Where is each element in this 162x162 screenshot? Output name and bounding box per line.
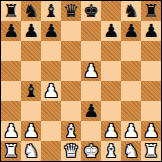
white-knight-g1[interactable]: ♞ <box>121 141 141 161</box>
black-rook-h8[interactable]: ♜ <box>141 1 161 21</box>
square-d8[interactable]: ♛ <box>61 1 81 21</box>
square-d6[interactable] <box>61 41 81 61</box>
square-f3[interactable] <box>101 101 121 121</box>
white-bishop-d2[interactable]: ♝ <box>61 121 81 141</box>
square-g5[interactable] <box>121 61 141 81</box>
white-pawn-c4[interactable]: ♟ <box>41 81 61 101</box>
black-king-e8[interactable]: ♚ <box>81 1 101 21</box>
square-g6[interactable] <box>121 41 141 61</box>
black-pawn-h7[interactable]: ♟ <box>141 21 161 41</box>
white-knight-b1[interactable]: ♞ <box>21 141 41 161</box>
square-f7[interactable]: ♟ <box>101 21 121 41</box>
square-d3[interactable] <box>61 101 81 121</box>
square-g8[interactable]: ♞ <box>121 1 141 21</box>
square-g1[interactable]: ♞ <box>121 141 141 161</box>
square-b5[interactable] <box>21 61 41 81</box>
square-f6[interactable] <box>101 41 121 61</box>
square-a2[interactable]: ♟ <box>1 121 21 141</box>
square-h2[interactable]: ♟ <box>141 121 161 141</box>
white-bishop-f1[interactable]: ♝ <box>101 141 121 161</box>
square-e1[interactable]: ♚ <box>81 141 101 161</box>
square-b4[interactable]: ♝ <box>21 81 41 101</box>
black-pawn-e3[interactable]: ♟ <box>81 101 101 121</box>
square-c1[interactable] <box>41 141 61 161</box>
square-g7[interactable]: ♟ <box>121 21 141 41</box>
square-b6[interactable] <box>21 41 41 61</box>
square-d4[interactable] <box>61 81 81 101</box>
black-bishop-c8[interactable]: ♝ <box>41 1 61 21</box>
square-f1[interactable]: ♝ <box>101 141 121 161</box>
square-f2[interactable]: ♟ <box>101 121 121 141</box>
square-f5[interactable] <box>101 61 121 81</box>
black-pawn-b7[interactable]: ♟ <box>21 21 41 41</box>
chess-board: ♜♞♝♛♚♞♜♟♟♟♟♟♟♟♝♟♟♟♟♝♟♟♟♜♞♛♚♝♞♜ <box>0 0 162 162</box>
black-bishop-b4[interactable]: ♝ <box>21 81 41 101</box>
square-f8[interactable] <box>101 1 121 21</box>
square-h6[interactable] <box>141 41 161 61</box>
square-c2[interactable] <box>41 121 61 141</box>
black-knight-g8[interactable]: ♞ <box>121 1 141 21</box>
square-g3[interactable] <box>121 101 141 121</box>
black-pawn-f7[interactable]: ♟ <box>101 21 121 41</box>
square-b8[interactable]: ♞ <box>21 1 41 21</box>
square-d5[interactable] <box>61 61 81 81</box>
square-a5[interactable] <box>1 61 21 81</box>
white-pawn-e5[interactable]: ♟ <box>81 61 101 81</box>
square-c7[interactable]: ♟ <box>41 21 61 41</box>
white-king-e1[interactable]: ♚ <box>81 141 101 161</box>
square-e4[interactable] <box>81 81 101 101</box>
square-g4[interactable] <box>121 81 141 101</box>
square-d7[interactable] <box>61 21 81 41</box>
black-knight-b8[interactable]: ♞ <box>21 1 41 21</box>
square-b3[interactable] <box>21 101 41 121</box>
square-c8[interactable]: ♝ <box>41 1 61 21</box>
square-c6[interactable] <box>41 41 61 61</box>
square-f4[interactable] <box>101 81 121 101</box>
black-queen-d8[interactable]: ♛ <box>61 1 81 21</box>
square-c5[interactable] <box>41 61 61 81</box>
square-c4[interactable]: ♟ <box>41 81 61 101</box>
square-e6[interactable] <box>81 41 101 61</box>
square-e8[interactable]: ♚ <box>81 1 101 21</box>
square-a6[interactable] <box>1 41 21 61</box>
white-pawn-a2[interactable]: ♟ <box>1 121 21 141</box>
square-e7[interactable] <box>81 21 101 41</box>
square-a8[interactable]: ♜ <box>1 1 21 21</box>
square-d1[interactable]: ♛ <box>61 141 81 161</box>
white-pawn-f2[interactable]: ♟ <box>101 121 121 141</box>
square-a3[interactable] <box>1 101 21 121</box>
square-b2[interactable]: ♟ <box>21 121 41 141</box>
black-pawn-g7[interactable]: ♟ <box>121 21 141 41</box>
white-rook-h1[interactable]: ♜ <box>141 141 161 161</box>
square-e5[interactable]: ♟ <box>81 61 101 81</box>
square-b7[interactable]: ♟ <box>21 21 41 41</box>
white-queen-d1[interactable]: ♛ <box>61 141 81 161</box>
square-h3[interactable] <box>141 101 161 121</box>
square-h8[interactable]: ♜ <box>141 1 161 21</box>
square-g2[interactable]: ♟ <box>121 121 141 141</box>
square-a1[interactable]: ♜ <box>1 141 21 161</box>
square-c3[interactable] <box>41 101 61 121</box>
white-pawn-b2[interactable]: ♟ <box>21 121 41 141</box>
white-pawn-h2[interactable]: ♟ <box>141 121 161 141</box>
square-e2[interactable] <box>81 121 101 141</box>
black-rook-a8[interactable]: ♜ <box>1 1 21 21</box>
black-pawn-a7[interactable]: ♟ <box>1 21 21 41</box>
black-pawn-c7[interactable]: ♟ <box>41 21 61 41</box>
square-h1[interactable]: ♜ <box>141 141 161 161</box>
chess-board-wrap: ♜♞♝♛♚♞♜♟♟♟♟♟♟♟♝♟♟♟♟♝♟♟♟♜♞♛♚♝♞♜ <box>0 0 162 162</box>
square-d2[interactable]: ♝ <box>61 121 81 141</box>
square-b1[interactable]: ♞ <box>21 141 41 161</box>
square-h4[interactable] <box>141 81 161 101</box>
square-h5[interactable] <box>141 61 161 81</box>
square-e3[interactable]: ♟ <box>81 101 101 121</box>
white-pawn-g2[interactable]: ♟ <box>121 121 141 141</box>
square-a7[interactable]: ♟ <box>1 21 21 41</box>
white-rook-a1[interactable]: ♜ <box>1 141 21 161</box>
square-h7[interactable]: ♟ <box>141 21 161 41</box>
square-a4[interactable] <box>1 81 21 101</box>
